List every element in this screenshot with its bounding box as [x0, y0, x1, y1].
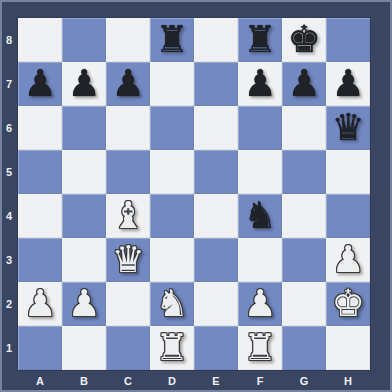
piece-white-pawn: ♟	[23, 282, 56, 326]
square-e8[interactable]	[194, 18, 238, 62]
square-f4[interactable]: ♞	[238, 194, 282, 238]
rank-label-6: 6	[0, 106, 18, 150]
piece-black-rook: ♜	[155, 18, 188, 62]
piece-black-pawn: ♟	[23, 62, 56, 106]
square-b2[interactable]: ♟	[62, 282, 106, 326]
square-b7[interactable]: ♟	[62, 62, 106, 106]
square-e5[interactable]	[194, 150, 238, 194]
square-h4[interactable]	[326, 194, 370, 238]
square-c5[interactable]	[106, 150, 150, 194]
rank-label-5: 5	[0, 150, 18, 194]
file-label-d: D	[150, 370, 194, 392]
square-g3[interactable]	[282, 238, 326, 282]
square-g8[interactable]: ♚	[282, 18, 326, 62]
file-label-f: F	[238, 370, 282, 392]
piece-black-pawn: ♟	[111, 62, 144, 106]
square-d4[interactable]	[150, 194, 194, 238]
square-g2[interactable]	[282, 282, 326, 326]
rank-label-4: 4	[0, 194, 18, 238]
piece-black-pawn: ♟	[331, 62, 364, 106]
square-a5[interactable]	[18, 150, 62, 194]
piece-white-queen: ♛	[111, 238, 144, 282]
square-g1[interactable]	[282, 326, 326, 370]
square-e7[interactable]	[194, 62, 238, 106]
square-a8[interactable]	[18, 18, 62, 62]
rank-label-1: 1	[0, 326, 18, 370]
piece-black-knight: ♞	[243, 194, 276, 238]
square-g4[interactable]	[282, 194, 326, 238]
square-a7[interactable]: ♟	[18, 62, 62, 106]
piece-white-bishop: ♝	[111, 194, 144, 238]
square-a2[interactable]: ♟	[18, 282, 62, 326]
square-e1[interactable]	[194, 326, 238, 370]
file-label-a: A	[18, 370, 62, 392]
square-f8[interactable]: ♜	[238, 18, 282, 62]
file-label-b: B	[62, 370, 106, 392]
piece-black-pawn: ♟	[67, 62, 100, 106]
square-g6[interactable]	[282, 106, 326, 150]
square-a4[interactable]	[18, 194, 62, 238]
square-d1[interactable]: ♜	[150, 326, 194, 370]
square-h1[interactable]	[326, 326, 370, 370]
square-g5[interactable]	[282, 150, 326, 194]
square-a6[interactable]	[18, 106, 62, 150]
piece-white-rook: ♜	[243, 326, 276, 370]
square-f1[interactable]: ♜	[238, 326, 282, 370]
rank-label-7: 7	[0, 62, 18, 106]
piece-black-rook: ♜	[243, 18, 276, 62]
piece-white-pawn: ♟	[243, 282, 276, 326]
file-label-g: G	[282, 370, 326, 392]
piece-white-king: ♚	[331, 282, 364, 326]
square-f6[interactable]	[238, 106, 282, 150]
rank-label-2: 2	[0, 282, 18, 326]
piece-white-rook: ♜	[155, 326, 188, 370]
square-h7[interactable]: ♟	[326, 62, 370, 106]
square-h8[interactable]	[326, 18, 370, 62]
square-f3[interactable]	[238, 238, 282, 282]
square-e4[interactable]	[194, 194, 238, 238]
square-c2[interactable]	[106, 282, 150, 326]
square-b5[interactable]	[62, 150, 106, 194]
square-d2[interactable]: ♞	[150, 282, 194, 326]
square-c4[interactable]: ♝	[106, 194, 150, 238]
square-c8[interactable]	[106, 18, 150, 62]
square-b8[interactable]	[62, 18, 106, 62]
piece-black-pawn: ♟	[243, 62, 276, 106]
square-a1[interactable]	[18, 326, 62, 370]
square-b6[interactable]	[62, 106, 106, 150]
square-f7[interactable]: ♟	[238, 62, 282, 106]
square-e6[interactable]	[194, 106, 238, 150]
piece-white-knight: ♞	[155, 282, 188, 326]
chess-board: ♜♜♚♟♟♟♟♟♟♛♝♞♛♟♟♟♞♟♚♜♜	[18, 18, 370, 370]
rank-labels: 87654321	[0, 18, 18, 370]
square-d5[interactable]	[150, 150, 194, 194]
file-labels: ABCDEFGH	[18, 370, 370, 392]
piece-black-pawn: ♟	[287, 62, 320, 106]
square-h5[interactable]	[326, 150, 370, 194]
square-h3[interactable]: ♟	[326, 238, 370, 282]
piece-white-pawn: ♟	[331, 238, 364, 282]
square-h2[interactable]: ♚	[326, 282, 370, 326]
file-label-h: H	[326, 370, 370, 392]
square-f2[interactable]: ♟	[238, 282, 282, 326]
square-b3[interactable]	[62, 238, 106, 282]
file-label-e: E	[194, 370, 238, 392]
square-c6[interactable]	[106, 106, 150, 150]
piece-white-pawn: ♟	[67, 282, 100, 326]
square-h6[interactable]: ♛	[326, 106, 370, 150]
square-e3[interactable]	[194, 238, 238, 282]
file-label-c: C	[106, 370, 150, 392]
square-f5[interactable]	[238, 150, 282, 194]
square-d7[interactable]	[150, 62, 194, 106]
square-d6[interactable]	[150, 106, 194, 150]
square-g7[interactable]: ♟	[282, 62, 326, 106]
square-c1[interactable]	[106, 326, 150, 370]
square-c7[interactable]: ♟	[106, 62, 150, 106]
square-c3[interactable]: ♛	[106, 238, 150, 282]
piece-black-queen: ♛	[331, 106, 364, 150]
square-b1[interactable]	[62, 326, 106, 370]
square-a3[interactable]	[18, 238, 62, 282]
square-b4[interactable]	[62, 194, 106, 238]
square-e2[interactable]	[194, 282, 238, 326]
square-d3[interactable]	[150, 238, 194, 282]
piece-black-king: ♚	[287, 18, 320, 62]
rank-label-3: 3	[0, 238, 18, 282]
square-d8[interactable]: ♜	[150, 18, 194, 62]
chess-board-app: 87654321 ♜♜♚♟♟♟♟♟♟♛♝♞♛♟♟♟♞♟♚♜♜ ABCDEFGH	[0, 0, 392, 392]
rank-label-8: 8	[0, 18, 18, 62]
